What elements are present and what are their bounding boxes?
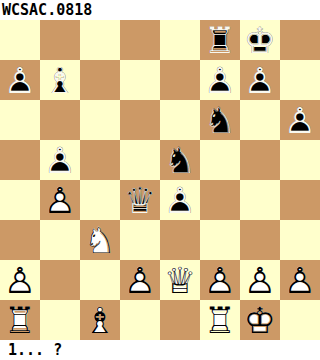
square-f1[interactable]: ♜♖ xyxy=(200,300,240,340)
piece-outline-glyph: ♙ xyxy=(200,60,240,100)
square-e8[interactable] xyxy=(160,20,200,60)
square-c1[interactable]: ♝♗ xyxy=(80,300,120,340)
piece-outline-glyph: ♙ xyxy=(40,140,80,180)
piece-white-rook: ♜♖ xyxy=(0,300,40,340)
square-d1[interactable] xyxy=(120,300,160,340)
square-f2[interactable]: ♟♙ xyxy=(200,260,240,300)
piece-outline-glyph: ♔ xyxy=(240,300,280,340)
piece-white-pawn: ♟♙ xyxy=(280,260,320,300)
piece-black-pawn: ♟♙ xyxy=(40,140,80,180)
square-e7[interactable] xyxy=(160,60,200,100)
square-f7[interactable]: ♟♙ xyxy=(200,60,240,100)
square-f4[interactable] xyxy=(200,180,240,220)
square-b8[interactable] xyxy=(40,20,80,60)
square-c7[interactable] xyxy=(80,60,120,100)
square-a8[interactable] xyxy=(0,20,40,60)
piece-outline-glyph: ♗ xyxy=(40,60,80,100)
square-d8[interactable] xyxy=(120,20,160,60)
square-g8[interactable]: ♚♔ xyxy=(240,20,280,60)
square-b1[interactable] xyxy=(40,300,80,340)
piece-white-pawn: ♟♙ xyxy=(120,260,160,300)
square-e6[interactable] xyxy=(160,100,200,140)
square-c4[interactable] xyxy=(80,180,120,220)
piece-white-rook: ♜♖ xyxy=(200,300,240,340)
square-e5[interactable]: ♞♘ xyxy=(160,140,200,180)
square-a6[interactable] xyxy=(0,100,40,140)
square-b4[interactable]: ♟♙ xyxy=(40,180,80,220)
square-a5[interactable] xyxy=(0,140,40,180)
piece-outline-glyph: ♙ xyxy=(240,60,280,100)
square-b5[interactable]: ♟♙ xyxy=(40,140,80,180)
square-h5[interactable] xyxy=(280,140,320,180)
piece-white-pawn: ♟♙ xyxy=(200,260,240,300)
piece-black-pawn: ♟♙ xyxy=(280,100,320,140)
move-prompt: 1... ? xyxy=(0,340,320,360)
square-d6[interactable] xyxy=(120,100,160,140)
piece-outline-glyph: ♘ xyxy=(160,140,200,180)
puzzle-id: WCSAC.0818 xyxy=(2,1,92,19)
piece-white-bishop: ♝♗ xyxy=(80,300,120,340)
piece-outline-glyph: ♙ xyxy=(120,260,160,300)
square-c3[interactable]: ♞♘ xyxy=(80,220,120,260)
square-h4[interactable] xyxy=(280,180,320,220)
piece-outline-glyph: ♖ xyxy=(200,20,240,60)
square-a4[interactable] xyxy=(0,180,40,220)
square-a1[interactable]: ♜♖ xyxy=(0,300,40,340)
square-f6[interactable]: ♞♘ xyxy=(200,100,240,140)
square-a3[interactable] xyxy=(0,220,40,260)
piece-outline-glyph: ♙ xyxy=(160,180,200,220)
piece-outline-glyph: ♙ xyxy=(280,260,320,300)
piece-black-queen: ♛♕ xyxy=(120,180,160,220)
piece-outline-glyph: ♖ xyxy=(0,300,40,340)
square-g4[interactable] xyxy=(240,180,280,220)
piece-white-king: ♚♔ xyxy=(240,300,280,340)
square-g5[interactable] xyxy=(240,140,280,180)
square-b2[interactable] xyxy=(40,260,80,300)
square-g2[interactable]: ♟♙ xyxy=(240,260,280,300)
square-b3[interactable] xyxy=(40,220,80,260)
square-f3[interactable] xyxy=(200,220,240,260)
square-e4[interactable]: ♟♙ xyxy=(160,180,200,220)
title-bar: WCSAC.0818 xyxy=(0,0,320,20)
square-c5[interactable] xyxy=(80,140,120,180)
piece-outline-glyph: ♕ xyxy=(160,260,200,300)
square-h6[interactable]: ♟♙ xyxy=(280,100,320,140)
piece-outline-glyph: ♘ xyxy=(80,220,120,260)
piece-outline-glyph: ♗ xyxy=(80,300,120,340)
piece-black-rook: ♜♖ xyxy=(200,20,240,60)
piece-outline-glyph: ♖ xyxy=(200,300,240,340)
square-d7[interactable] xyxy=(120,60,160,100)
square-h8[interactable] xyxy=(280,20,320,60)
piece-outline-glyph: ♙ xyxy=(240,260,280,300)
square-c6[interactable] xyxy=(80,100,120,140)
square-a2[interactable]: ♟♙ xyxy=(0,260,40,300)
piece-outline-glyph: ♙ xyxy=(280,100,320,140)
square-d4[interactable]: ♛♕ xyxy=(120,180,160,220)
square-c8[interactable] xyxy=(80,20,120,60)
piece-black-pawn: ♟♙ xyxy=(200,60,240,100)
square-d2[interactable]: ♟♙ xyxy=(120,260,160,300)
piece-black-knight: ♞♘ xyxy=(160,140,200,180)
square-c2[interactable] xyxy=(80,260,120,300)
square-a7[interactable]: ♟♙ xyxy=(0,60,40,100)
square-d5[interactable] xyxy=(120,140,160,180)
square-h2[interactable]: ♟♙ xyxy=(280,260,320,300)
piece-black-pawn: ♟♙ xyxy=(0,60,40,100)
piece-outline-glyph: ♙ xyxy=(40,180,80,220)
square-d3[interactable] xyxy=(120,220,160,260)
square-g6[interactable] xyxy=(240,100,280,140)
square-h3[interactable] xyxy=(280,220,320,260)
piece-black-knight: ♞♘ xyxy=(200,100,240,140)
square-h1[interactable] xyxy=(280,300,320,340)
piece-white-pawn: ♟♙ xyxy=(240,260,280,300)
piece-outline-glyph: ♙ xyxy=(0,260,40,300)
square-b7[interactable]: ♝♗ xyxy=(40,60,80,100)
piece-white-knight: ♞♘ xyxy=(80,220,120,260)
piece-outline-glyph: ♕ xyxy=(120,180,160,220)
square-f5[interactable] xyxy=(200,140,240,180)
piece-black-pawn: ♟♙ xyxy=(160,180,200,220)
square-g1[interactable]: ♚♔ xyxy=(240,300,280,340)
piece-black-bishop: ♝♗ xyxy=(40,60,80,100)
piece-white-pawn: ♟♙ xyxy=(0,260,40,300)
piece-outline-glyph: ♔ xyxy=(240,20,280,60)
piece-outline-glyph: ♘ xyxy=(200,100,240,140)
square-e2[interactable]: ♛♕ xyxy=(160,260,200,300)
square-g7[interactable]: ♟♙ xyxy=(240,60,280,100)
piece-outline-glyph: ♙ xyxy=(200,260,240,300)
piece-white-pawn: ♟♙ xyxy=(40,180,80,220)
piece-black-pawn: ♟♙ xyxy=(240,60,280,100)
piece-outline-glyph: ♙ xyxy=(0,60,40,100)
square-e1[interactable] xyxy=(160,300,200,340)
square-b6[interactable] xyxy=(40,100,80,140)
square-f8[interactable]: ♜♖ xyxy=(200,20,240,60)
square-g3[interactable] xyxy=(240,220,280,260)
square-h7[interactable] xyxy=(280,60,320,100)
piece-white-queen: ♛♕ xyxy=(160,260,200,300)
chess-board: ♜♖♚♔♟♙♝♗♟♙♟♙♞♘♟♙♟♙♞♘♟♙♛♕♟♙♞♘♟♙♟♙♛♕♟♙♟♙♟♙… xyxy=(0,20,320,340)
square-e3[interactable] xyxy=(160,220,200,260)
piece-black-king: ♚♔ xyxy=(240,20,280,60)
